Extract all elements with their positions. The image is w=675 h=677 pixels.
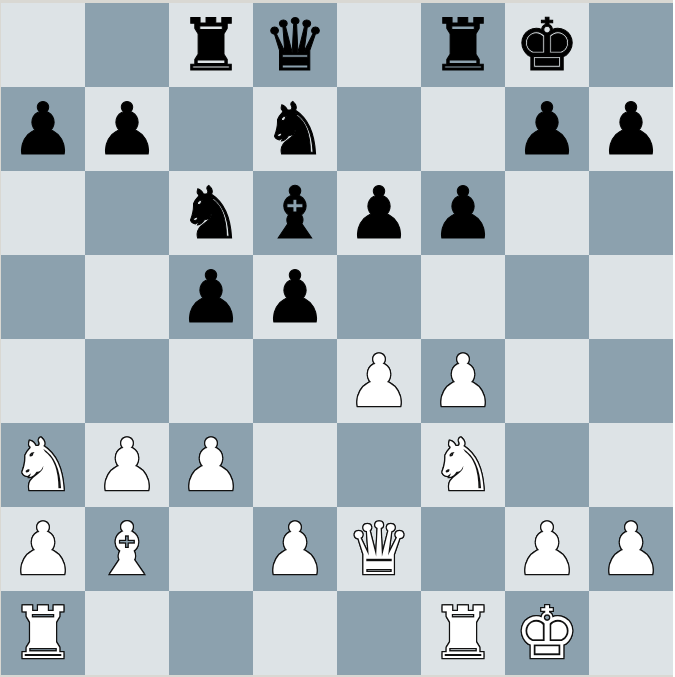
square-e1[interactable] bbox=[337, 591, 421, 675]
square-h2[interactable]: ♟ bbox=[589, 507, 673, 591]
square-h3[interactable] bbox=[589, 423, 673, 507]
square-a7[interactable]: ♟ bbox=[1, 87, 85, 171]
square-d6[interactable]: ♝ bbox=[253, 171, 337, 255]
square-g3[interactable] bbox=[505, 423, 589, 507]
square-b6[interactable] bbox=[85, 171, 169, 255]
square-a3[interactable]: ♞ bbox=[1, 423, 85, 507]
square-d4[interactable] bbox=[253, 339, 337, 423]
square-a6[interactable] bbox=[1, 171, 85, 255]
square-e3[interactable] bbox=[337, 423, 421, 507]
piece-black-pawn[interactable]: ♟ bbox=[11, 87, 76, 171]
piece-black-pawn[interactable]: ♟ bbox=[515, 87, 580, 171]
piece-black-bishop[interactable]: ♝ bbox=[263, 171, 328, 255]
square-h6[interactable] bbox=[589, 171, 673, 255]
piece-black-rook[interactable]: ♜ bbox=[431, 3, 496, 87]
piece-black-pawn[interactable]: ♟ bbox=[599, 87, 664, 171]
square-e4[interactable]: ♟ bbox=[337, 339, 421, 423]
square-d8[interactable]: ♛ bbox=[253, 3, 337, 87]
square-h7[interactable]: ♟ bbox=[589, 87, 673, 171]
piece-white-pawn[interactable]: ♟ bbox=[95, 423, 160, 507]
square-e2[interactable]: ♛ bbox=[337, 507, 421, 591]
square-g2[interactable]: ♟ bbox=[505, 507, 589, 591]
square-e5[interactable] bbox=[337, 255, 421, 339]
square-f7[interactable] bbox=[421, 87, 505, 171]
square-b7[interactable]: ♟ bbox=[85, 87, 169, 171]
piece-white-pawn[interactable]: ♟ bbox=[515, 507, 580, 591]
square-d1[interactable] bbox=[253, 591, 337, 675]
piece-white-bishop[interactable]: ♝ bbox=[95, 507, 160, 591]
piece-white-rook[interactable]: ♜ bbox=[431, 591, 496, 675]
piece-black-pawn[interactable]: ♟ bbox=[431, 171, 496, 255]
piece-black-king[interactable]: ♚ bbox=[515, 3, 580, 87]
square-b8[interactable] bbox=[85, 3, 169, 87]
piece-white-knight[interactable]: ♞ bbox=[431, 423, 496, 507]
chess-board: ♜♛♜♚♟♟♞♟♟♞♝♟♟♟♟♟♟♞♟♟♞♟♝♟♛♟♟♜♜♚ bbox=[1, 3, 673, 675]
square-f3[interactable]: ♞ bbox=[421, 423, 505, 507]
square-a5[interactable] bbox=[1, 255, 85, 339]
square-e8[interactable] bbox=[337, 3, 421, 87]
piece-white-king[interactable]: ♚ bbox=[515, 591, 580, 675]
square-h8[interactable] bbox=[589, 3, 673, 87]
piece-white-queen[interactable]: ♛ bbox=[347, 507, 412, 591]
square-f5[interactable] bbox=[421, 255, 505, 339]
square-a2[interactable]: ♟ bbox=[1, 507, 85, 591]
chess-app-page: ♜♛♜♚♟♟♞♟♟♞♝♟♟♟♟♟♟♞♟♟♞♟♝♟♛♟♟♜♜♚ bbox=[0, 0, 675, 677]
piece-white-knight[interactable]: ♞ bbox=[11, 423, 76, 507]
square-b5[interactable] bbox=[85, 255, 169, 339]
piece-black-knight[interactable]: ♞ bbox=[263, 87, 328, 171]
piece-black-pawn[interactable]: ♟ bbox=[179, 255, 244, 339]
square-b1[interactable] bbox=[85, 591, 169, 675]
square-c4[interactable] bbox=[169, 339, 253, 423]
square-e7[interactable] bbox=[337, 87, 421, 171]
square-a8[interactable] bbox=[1, 3, 85, 87]
piece-white-pawn[interactable]: ♟ bbox=[11, 507, 76, 591]
square-c7[interactable] bbox=[169, 87, 253, 171]
square-f8[interactable]: ♜ bbox=[421, 3, 505, 87]
square-b4[interactable] bbox=[85, 339, 169, 423]
square-g7[interactable]: ♟ bbox=[505, 87, 589, 171]
square-d7[interactable]: ♞ bbox=[253, 87, 337, 171]
piece-black-pawn[interactable]: ♟ bbox=[263, 255, 328, 339]
piece-white-pawn[interactable]: ♟ bbox=[263, 507, 328, 591]
square-f1[interactable]: ♜ bbox=[421, 591, 505, 675]
square-b3[interactable]: ♟ bbox=[85, 423, 169, 507]
piece-black-rook[interactable]: ♜ bbox=[179, 3, 244, 87]
square-d3[interactable] bbox=[253, 423, 337, 507]
piece-white-pawn[interactable]: ♟ bbox=[431, 339, 496, 423]
square-g4[interactable] bbox=[505, 339, 589, 423]
square-c2[interactable] bbox=[169, 507, 253, 591]
square-f4[interactable]: ♟ bbox=[421, 339, 505, 423]
square-a1[interactable]: ♜ bbox=[1, 591, 85, 675]
piece-white-pawn[interactable]: ♟ bbox=[179, 423, 244, 507]
square-f6[interactable]: ♟ bbox=[421, 171, 505, 255]
square-f2[interactable] bbox=[421, 507, 505, 591]
square-g6[interactable] bbox=[505, 171, 589, 255]
square-c5[interactable]: ♟ bbox=[169, 255, 253, 339]
piece-white-pawn[interactable]: ♟ bbox=[599, 507, 664, 591]
piece-white-pawn[interactable]: ♟ bbox=[347, 339, 412, 423]
square-h1[interactable] bbox=[589, 591, 673, 675]
square-d5[interactable]: ♟ bbox=[253, 255, 337, 339]
square-b2[interactable]: ♝ bbox=[85, 507, 169, 591]
piece-white-rook[interactable]: ♜ bbox=[11, 591, 76, 675]
square-g1[interactable]: ♚ bbox=[505, 591, 589, 675]
piece-black-queen[interactable]: ♛ bbox=[263, 3, 328, 87]
square-a4[interactable] bbox=[1, 339, 85, 423]
piece-black-pawn[interactable]: ♟ bbox=[95, 87, 160, 171]
square-e6[interactable]: ♟ bbox=[337, 171, 421, 255]
square-h5[interactable] bbox=[589, 255, 673, 339]
square-g8[interactable]: ♚ bbox=[505, 3, 589, 87]
square-g5[interactable] bbox=[505, 255, 589, 339]
square-c3[interactable]: ♟ bbox=[169, 423, 253, 507]
square-c6[interactable]: ♞ bbox=[169, 171, 253, 255]
square-c1[interactable] bbox=[169, 591, 253, 675]
piece-black-pawn[interactable]: ♟ bbox=[347, 171, 412, 255]
square-h4[interactable] bbox=[589, 339, 673, 423]
square-d2[interactable]: ♟ bbox=[253, 507, 337, 591]
square-c8[interactable]: ♜ bbox=[169, 3, 253, 87]
piece-black-knight[interactable]: ♞ bbox=[179, 171, 244, 255]
